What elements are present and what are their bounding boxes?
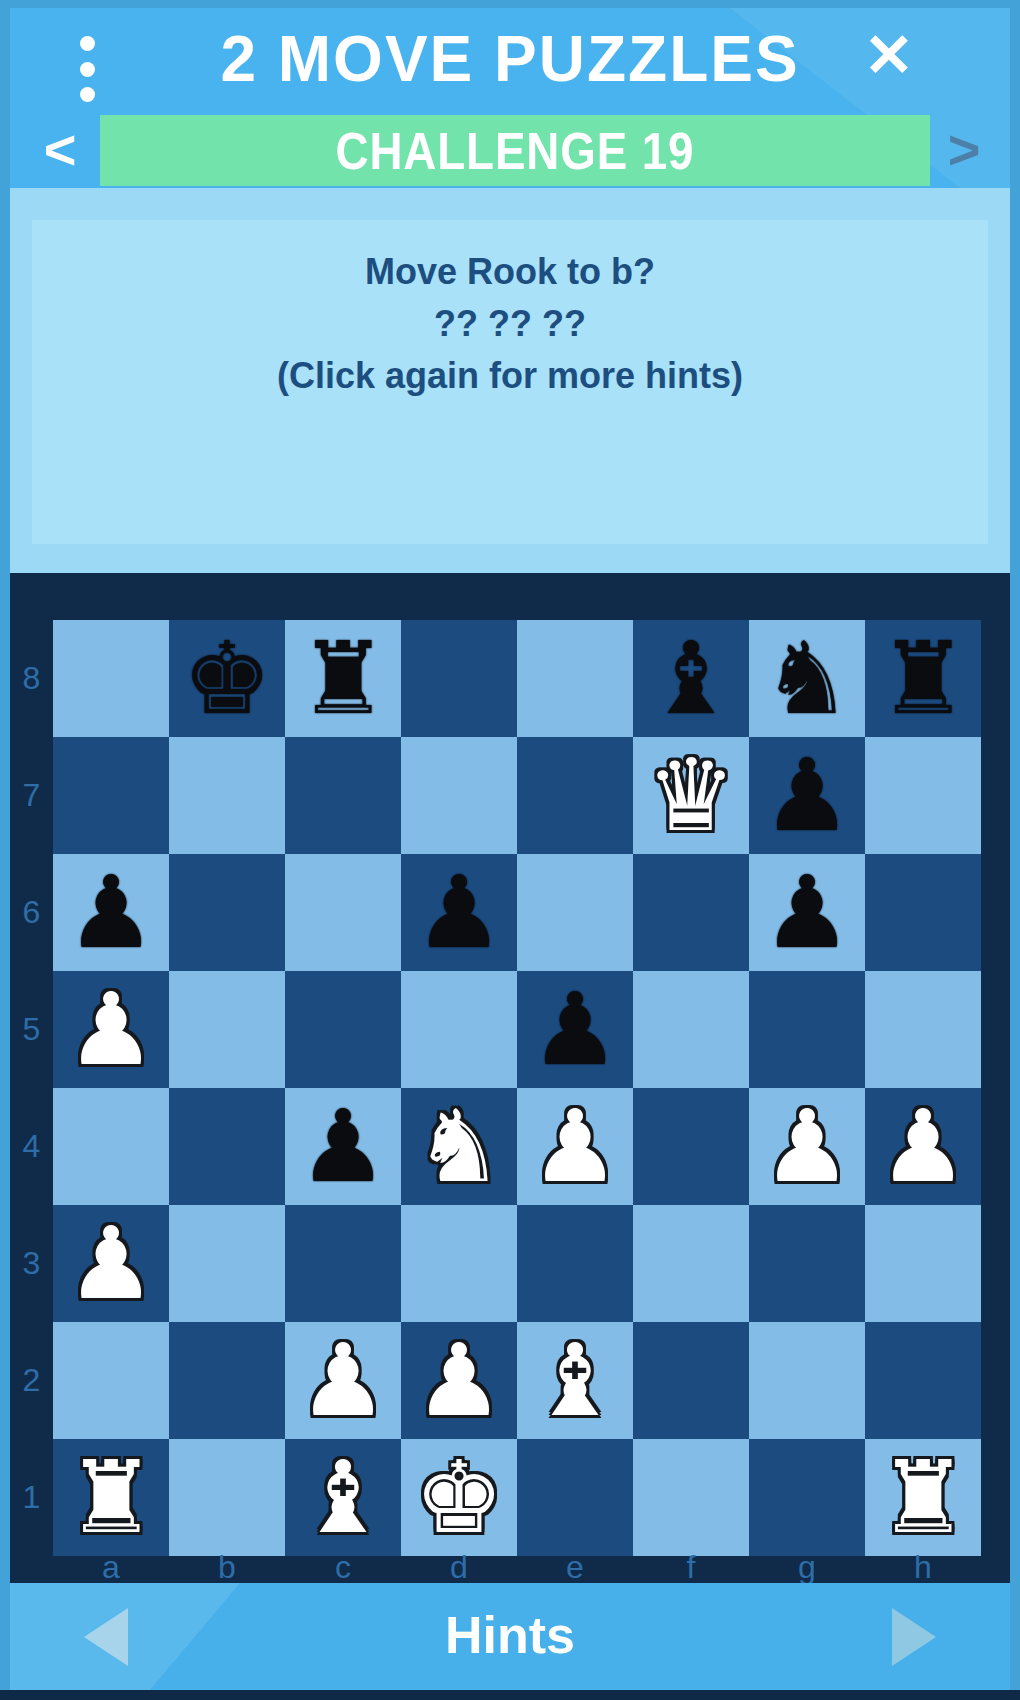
square-h6[interactable] [865, 854, 981, 971]
square-h2[interactable] [865, 1322, 981, 1439]
square-g5[interactable] [749, 971, 865, 1088]
square-b3[interactable] [169, 1205, 285, 1322]
prev-challenge-button[interactable]: < [28, 112, 92, 188]
square-a4[interactable] [53, 1088, 169, 1205]
square-d1[interactable]: ♚ [401, 1439, 517, 1556]
square-a8[interactable] [53, 620, 169, 737]
hints-bar: Hints [10, 1583, 1010, 1690]
rank-label-3: 3 [10, 1205, 53, 1322]
white-pawn-h4[interactable]: ♟ [878, 1097, 968, 1197]
rank-label-5: 5 [10, 971, 53, 1088]
square-d3[interactable] [401, 1205, 517, 1322]
white-king-d1[interactable]: ♚ [414, 1448, 504, 1548]
black-rook-c8[interactable]: ♜ [298, 629, 388, 729]
file-label-d: d [401, 1549, 517, 1586]
close-icon[interactable]: ✕ [864, 26, 914, 86]
square-f8[interactable]: ♝ [633, 620, 749, 737]
rank-labels: 87654321 [10, 620, 53, 1556]
square-h7[interactable] [865, 737, 981, 854]
white-rook-h1[interactable]: ♜ [878, 1448, 968, 1548]
square-b8[interactable]: ♚ [169, 620, 285, 737]
black-pawn-e5[interactable]: ♟ [530, 980, 620, 1080]
square-c5[interactable] [285, 971, 401, 1088]
square-g2[interactable] [749, 1322, 865, 1439]
square-c8[interactable]: ♜ [285, 620, 401, 737]
white-pawn-e4[interactable]: ♟ [530, 1097, 620, 1197]
white-rook-a1[interactable]: ♜ [66, 1448, 156, 1548]
hint-section: Move Rook to b? ?? ?? ?? (Click again fo… [10, 188, 1010, 573]
chess-board: 87654321 ♚♜♝♞♜♛♟♟♟♟♟♟♟♞♟♟♟♟♟♟♝♜♝♚♜ abcde… [10, 573, 1010, 1583]
file-label-e: e [517, 1549, 633, 1586]
square-c4[interactable]: ♟ [285, 1088, 401, 1205]
square-b6[interactable] [169, 854, 285, 971]
white-knight-d4[interactable]: ♞ [414, 1097, 504, 1197]
square-c3[interactable] [285, 1205, 401, 1322]
square-f7[interactable]: ♛ [633, 737, 749, 854]
square-d4[interactable]: ♞ [401, 1088, 517, 1205]
square-h5[interactable] [865, 971, 981, 1088]
black-king-b8[interactable]: ♚ [182, 629, 272, 729]
black-pawn-c4[interactable]: ♟ [298, 1097, 388, 1197]
square-a5[interactable]: ♟ [53, 971, 169, 1088]
square-g8[interactable]: ♞ [749, 620, 865, 737]
square-f5[interactable] [633, 971, 749, 1088]
square-d5[interactable] [401, 971, 517, 1088]
white-pawn-c2[interactable]: ♟ [298, 1331, 388, 1431]
hints-button[interactable]: Hints [10, 1605, 1010, 1665]
square-e3[interactable] [517, 1205, 633, 1322]
square-a7[interactable] [53, 737, 169, 854]
square-c7[interactable] [285, 737, 401, 854]
square-f1[interactable] [633, 1439, 749, 1556]
square-c2[interactable]: ♟ [285, 1322, 401, 1439]
black-pawn-g7[interactable]: ♟ [762, 746, 852, 846]
square-e2[interactable]: ♝ [517, 1322, 633, 1439]
hint-line-3: (Click again for more hints) [32, 350, 988, 402]
file-label-h: h [865, 1549, 981, 1586]
square-b5[interactable] [169, 971, 285, 1088]
square-f4[interactable] [633, 1088, 749, 1205]
rank-label-4: 4 [10, 1088, 53, 1205]
square-g3[interactable] [749, 1205, 865, 1322]
square-b1[interactable] [169, 1439, 285, 1556]
rank-label-6: 6 [10, 854, 53, 971]
rank-label-7: 7 [10, 737, 53, 854]
next-challenge-button[interactable]: > [932, 112, 996, 188]
hint-panel[interactable]: Move Rook to b? ?? ?? ?? (Click again fo… [32, 220, 988, 544]
rank-label-1: 1 [10, 1439, 53, 1556]
square-e6[interactable] [517, 854, 633, 971]
square-b7[interactable] [169, 737, 285, 854]
black-pawn-g6[interactable]: ♟ [762, 863, 852, 963]
square-f6[interactable] [633, 854, 749, 971]
square-f2[interactable] [633, 1322, 749, 1439]
black-bishop-f8[interactable]: ♝ [646, 629, 736, 729]
square-d8[interactable] [401, 620, 517, 737]
square-f3[interactable] [633, 1205, 749, 1322]
challenge-label: CHALLENGE 19 [336, 121, 695, 181]
file-label-c: c [285, 1549, 401, 1586]
next-arrow-icon[interactable] [892, 1608, 936, 1666]
square-h3[interactable] [865, 1205, 981, 1322]
square-b4[interactable] [169, 1088, 285, 1205]
white-queen-f7[interactable]: ♛ [646, 746, 736, 846]
rank-label-8: 8 [10, 620, 53, 737]
board-grid: ♚♜♝♞♜♛♟♟♟♟♟♟♟♞♟♟♟♟♟♟♝♜♝♚♜ [53, 620, 981, 1556]
square-e4[interactable]: ♟ [517, 1088, 633, 1205]
bottom-edge [0, 1690, 1020, 1700]
black-pawn-a6[interactable]: ♟ [66, 863, 156, 963]
square-g1[interactable] [749, 1439, 865, 1556]
square-a3[interactable]: ♟ [53, 1205, 169, 1322]
black-pawn-d6[interactable]: ♟ [414, 863, 504, 963]
square-e5[interactable]: ♟ [517, 971, 633, 1088]
square-g7[interactable]: ♟ [749, 737, 865, 854]
square-h8[interactable]: ♜ [865, 620, 981, 737]
white-bishop-c1[interactable]: ♝ [298, 1448, 388, 1548]
square-c1[interactable]: ♝ [285, 1439, 401, 1556]
square-d2[interactable]: ♟ [401, 1322, 517, 1439]
file-label-a: a [53, 1549, 169, 1586]
puzzle-window: 2 MOVE PUZZLES ✕ < CHALLENGE 19 > Move R… [0, 0, 1020, 1700]
white-pawn-a5[interactable]: ♟ [66, 980, 156, 1080]
square-h1[interactable]: ♜ [865, 1439, 981, 1556]
hint-line-1: Move Rook to b? [32, 246, 988, 298]
challenge-banner: CHALLENGE 19 [100, 115, 930, 186]
white-pawn-d2[interactable]: ♟ [414, 1331, 504, 1431]
square-g6[interactable]: ♟ [749, 854, 865, 971]
black-rook-h8[interactable]: ♜ [878, 629, 968, 729]
file-label-g: g [749, 1549, 865, 1586]
file-labels: abcdefgh [53, 1549, 981, 1581]
square-a1[interactable]: ♜ [53, 1439, 169, 1556]
page-title: 2 MOVE PUZZLES [10, 22, 1010, 96]
file-label-b: b [169, 1549, 285, 1586]
black-knight-g8[interactable]: ♞ [762, 629, 852, 729]
rank-label-2: 2 [10, 1322, 53, 1439]
square-a2[interactable] [53, 1322, 169, 1439]
header-bar: 2 MOVE PUZZLES ✕ < CHALLENGE 19 > [10, 8, 1010, 188]
white-pawn-a3[interactable]: ♟ [66, 1214, 156, 1314]
square-g4[interactable]: ♟ [749, 1088, 865, 1205]
square-d7[interactable] [401, 737, 517, 854]
white-bishop-e2[interactable]: ♝ [530, 1331, 620, 1431]
square-a6[interactable]: ♟ [53, 854, 169, 971]
square-b2[interactable] [169, 1322, 285, 1439]
square-e8[interactable] [517, 620, 633, 737]
white-pawn-g4[interactable]: ♟ [762, 1097, 852, 1197]
square-h4[interactable]: ♟ [865, 1088, 981, 1205]
square-e1[interactable] [517, 1439, 633, 1556]
square-c6[interactable] [285, 854, 401, 971]
square-d6[interactable]: ♟ [401, 854, 517, 971]
square-e7[interactable] [517, 737, 633, 854]
file-label-f: f [633, 1549, 749, 1586]
hint-line-2: ?? ?? ?? [32, 298, 988, 350]
